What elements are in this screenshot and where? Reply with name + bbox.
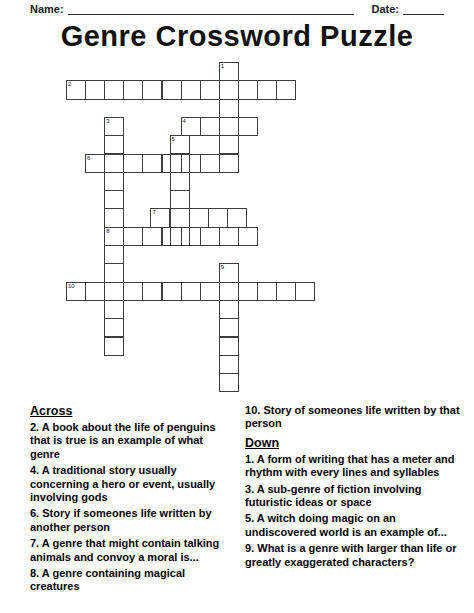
clue-3: 3. A sub-genre of fiction involving futu… — [245, 483, 460, 510]
grid-cell-word10-6[interactable] — [181, 282, 201, 301]
grid-cell-word9-3[interactable] — [219, 318, 239, 337]
down-header: Down — [245, 436, 460, 450]
clue-1: 1. A form of writing that has a meter an… — [245, 453, 460, 480]
grid-cell-word5-0[interactable]: 5 — [170, 135, 190, 154]
grid-cell-word9-4[interactable] — [219, 337, 239, 356]
clue-number-3: 3 — [106, 118, 109, 125]
grid-cell-word6-3[interactable] — [142, 154, 162, 173]
across-header: Across — [30, 404, 234, 418]
grid-cell-word3-0[interactable]: 3 — [104, 117, 124, 136]
grid-cell-word9-5[interactable] — [219, 355, 239, 374]
grid-cell-word2-2[interactable] — [104, 80, 124, 99]
grid-cell-word2-5[interactable] — [162, 80, 182, 99]
clue-5: 5. A witch doing magic on an undiscovere… — [245, 512, 460, 539]
grid-cell-word6-4[interactable] — [162, 154, 182, 173]
grid-cell-word4-0[interactable]: 4 — [181, 117, 201, 136]
grid-cell-word2-3[interactable] — [123, 80, 143, 99]
clue-6: 6. Story if someones life written by ano… — [30, 507, 234, 534]
grid-cell-word3-10[interactable] — [104, 300, 124, 319]
grid-cell-word2-8[interactable] — [219, 80, 239, 99]
grid-cell-word6-0[interactable]: 6 — [85, 154, 105, 173]
grid-cell-word8-4[interactable] — [181, 227, 201, 246]
grid-cell-word10-3[interactable] — [123, 282, 143, 301]
clue-number-6: 6 — [87, 155, 90, 162]
grid-cell-word1-2[interactable] — [219, 99, 239, 118]
grid-cell-word10-7[interactable] — [200, 282, 220, 301]
grid-cell-word8-5[interactable] — [200, 227, 220, 246]
grid-cell-word4-1[interactable] — [200, 117, 220, 136]
grid-cell-word8-7[interactable] — [238, 227, 258, 246]
grid-cell-word4-2[interactable] — [219, 117, 239, 136]
clue-number-4: 4 — [183, 118, 186, 125]
grid-cell-word10-4[interactable] — [142, 282, 162, 301]
grid-cell-word10-11[interactable] — [276, 282, 296, 301]
clues-section: Across 2. A book about the life of pengu… — [30, 404, 460, 597]
grid-cell-word9-0[interactable]: 9 — [219, 263, 239, 282]
grid-cell-word10-10[interactable] — [257, 282, 277, 301]
grid-cell-word8-0[interactable]: 8 — [104, 227, 124, 246]
clue-number-2: 2 — [68, 81, 71, 88]
clue-8: 8. A genre containing magical creatures — [30, 567, 234, 594]
crossword-page: Name: Date: Genre Crossword Puzzle 12345… — [0, 0, 474, 613]
grid-cell-word2-1[interactable] — [85, 80, 105, 99]
grid-cell-word2-0[interactable]: 2 — [66, 80, 86, 99]
grid-cell-word8-6[interactable] — [219, 227, 239, 246]
grid-cell-word10-8[interactable] — [219, 282, 239, 301]
grid-cell-word3-1[interactable] — [104, 135, 124, 154]
clue-number-9: 9 — [221, 264, 224, 271]
grid-cell-word6-1[interactable] — [104, 154, 124, 173]
grid-cell-word6-2[interactable] — [123, 154, 143, 173]
clue-2: 2. A book about the life of penguins tha… — [30, 421, 234, 461]
grid-cell-word2-11[interactable] — [276, 80, 296, 99]
grid-cell-word3-12[interactable] — [104, 337, 124, 356]
grid-cell-word6-5[interactable] — [181, 154, 201, 173]
grid-cell-word10-0[interactable]: 10 — [66, 282, 86, 301]
grid-cell-word7-1[interactable] — [170, 208, 190, 227]
grid-cell-word1-4[interactable] — [219, 135, 239, 154]
grid-cell-word3-5[interactable] — [104, 208, 124, 227]
across-clues-column: Across 2. A book about the life of pengu… — [30, 404, 234, 597]
grid-cell-word2-7[interactable] — [200, 80, 220, 99]
grid-cell-word10-2[interactable] — [104, 282, 124, 301]
grid-cell-word7-3[interactable] — [208, 208, 228, 227]
grid-cell-word8-3[interactable] — [162, 227, 182, 246]
grid-cell-word2-4[interactable] — [142, 80, 162, 99]
grid-cell-word3-8[interactable] — [104, 263, 124, 282]
grid-cell-word2-10[interactable] — [257, 80, 277, 99]
crossword-grid: 12345678910 — [0, 0, 474, 430]
grid-cell-word6-6[interactable] — [200, 154, 220, 173]
grid-cell-word7-0[interactable]: 7 — [150, 208, 170, 227]
down-clues-column: 10. Story of someones life written by th… — [245, 404, 460, 597]
grid-cell-word7-2[interactable] — [189, 208, 209, 227]
grid-cell-word3-11[interactable] — [104, 318, 124, 337]
clue-10: 10. Story of someones life written by th… — [245, 404, 460, 431]
grid-cell-word10-1[interactable] — [85, 282, 105, 301]
grid-cell-word6-7[interactable] — [219, 154, 239, 173]
grid-cell-word1-0[interactable]: 1 — [219, 62, 239, 81]
grid-cell-word5-3[interactable] — [170, 190, 190, 209]
grid-cell-word8-2[interactable] — [142, 227, 162, 246]
clue-number-7: 7 — [152, 209, 155, 216]
clue-number-10: 10 — [68, 283, 75, 290]
clue-4: 4. A traditional story usually concernin… — [30, 464, 234, 504]
grid-cell-word2-6[interactable] — [181, 80, 201, 99]
grid-cell-word9-6[interactable] — [219, 373, 239, 392]
clue-9: 9. What is a genre with larger than life… — [245, 542, 460, 569]
grid-cell-word2-9[interactable] — [238, 80, 258, 99]
grid-cell-word3-3[interactable] — [104, 172, 124, 191]
clue-number-8: 8 — [106, 228, 109, 235]
grid-cell-word10-5[interactable] — [162, 282, 182, 301]
clue-number-5: 5 — [172, 136, 175, 143]
grid-cell-word10-9[interactable] — [238, 282, 258, 301]
grid-cell-word5-2[interactable] — [170, 172, 190, 191]
clue-number-1: 1 — [221, 63, 224, 70]
grid-cell-word3-4[interactable] — [104, 190, 124, 209]
clue-7: 7. A genre that might contain talking an… — [30, 537, 234, 564]
grid-cell-word9-2[interactable] — [219, 300, 239, 319]
grid-cell-word3-7[interactable] — [104, 245, 124, 264]
grid-cell-word10-12[interactable] — [295, 282, 315, 301]
grid-cell-word8-1[interactable] — [123, 227, 143, 246]
grid-cell-word4-3[interactable] — [238, 117, 258, 136]
grid-cell-word7-4[interactable] — [227, 208, 247, 227]
